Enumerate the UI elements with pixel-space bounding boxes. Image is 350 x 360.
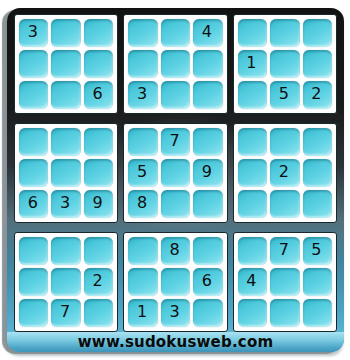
cell-r4c9[interactable] (303, 128, 332, 156)
cell-r8c9[interactable] (303, 268, 332, 296)
site-footer: www.sudokusweb.com (7, 332, 344, 352)
cell-r3c4[interactable]: 3 (128, 81, 157, 109)
cell-r5c1[interactable] (19, 159, 48, 187)
cell-r9c4[interactable]: 1 (128, 299, 157, 327)
cell-r7c5[interactable]: 8 (161, 237, 190, 265)
cell-r4c5[interactable]: 7 (161, 128, 190, 156)
cell-r5c9[interactable] (303, 159, 332, 187)
box-1: 36 (14, 14, 118, 114)
cell-r9c6[interactable] (193, 299, 222, 327)
cell-r1c4[interactable] (128, 19, 157, 47)
cell-r6c1[interactable]: 6 (19, 190, 48, 218)
cell-r9c9[interactable] (303, 299, 332, 327)
cell-r5c6[interactable]: 9 (193, 159, 222, 187)
box-8: 8613 (123, 232, 227, 332)
cell-r6c8[interactable] (270, 190, 299, 218)
cell-r1c3[interactable] (84, 19, 113, 47)
cell-r6c7[interactable] (238, 190, 267, 218)
given-digit: 3 (60, 195, 70, 211)
cell-r9c5[interactable]: 3 (161, 299, 190, 327)
box-6: 2 (233, 123, 337, 223)
cell-r9c2[interactable]: 7 (51, 299, 80, 327)
cell-r1c8[interactable] (270, 19, 299, 47)
cell-r2c3[interactable] (84, 50, 113, 78)
cell-r2c1[interactable] (19, 50, 48, 78)
cell-r2c6[interactable] (193, 50, 222, 78)
cell-r8c1[interactable] (19, 268, 48, 296)
cell-r8c5[interactable] (161, 268, 190, 296)
given-digit: 1 (137, 304, 147, 320)
cell-r9c7[interactable] (238, 299, 267, 327)
given-digit: 4 (202, 24, 212, 40)
cell-r4c4[interactable] (128, 128, 157, 156)
cell-r4c6[interactable] (193, 128, 222, 156)
cell-r7c3[interactable] (84, 237, 113, 265)
cell-r8c7[interactable]: 4 (238, 268, 267, 296)
given-digit: 4 (246, 273, 256, 289)
cell-r3c6[interactable] (193, 81, 222, 109)
cell-r3c9[interactable]: 2 (303, 81, 332, 109)
cell-r6c6[interactable] (193, 190, 222, 218)
given-digit: 2 (93, 273, 103, 289)
cell-r1c6[interactable]: 4 (193, 19, 222, 47)
given-digit: 7 (60, 304, 70, 320)
given-digit: 3 (169, 304, 179, 320)
cell-r3c7[interactable] (238, 81, 267, 109)
given-digit: 9 (93, 195, 103, 211)
cell-r4c1[interactable] (19, 128, 48, 156)
cell-r9c1[interactable] (19, 299, 48, 327)
given-digit: 5 (279, 86, 289, 102)
cell-r1c9[interactable] (303, 19, 332, 47)
cell-r4c2[interactable] (51, 128, 80, 156)
cell-r1c2[interactable] (51, 19, 80, 47)
cell-r3c8[interactable]: 5 (270, 81, 299, 109)
cell-r6c9[interactable] (303, 190, 332, 218)
given-digit: 6 (28, 195, 38, 211)
sudoku-board: 364315263975982278613754 www.sudokusweb.… (7, 8, 344, 352)
cell-r2c9[interactable] (303, 50, 332, 78)
cell-r8c2[interactable] (51, 268, 80, 296)
given-digit: 8 (169, 242, 179, 258)
cell-r7c6[interactable] (193, 237, 222, 265)
given-digit: 8 (137, 195, 147, 211)
cell-r6c4[interactable]: 8 (128, 190, 157, 218)
cell-r4c7[interactable] (238, 128, 267, 156)
boxes-grid: 364315263975982278613754 (14, 14, 337, 332)
given-digit: 2 (279, 164, 289, 180)
cell-r2c4[interactable] (128, 50, 157, 78)
cell-r8c4[interactable] (128, 268, 157, 296)
cell-r9c3[interactable] (84, 299, 113, 327)
box-7: 27 (14, 232, 118, 332)
cell-r6c2[interactable]: 3 (51, 190, 80, 218)
given-digit: 6 (93, 86, 103, 102)
cell-r1c1[interactable]: 3 (19, 19, 48, 47)
cell-r4c3[interactable] (84, 128, 113, 156)
cell-r2c8[interactable] (270, 50, 299, 78)
cell-r4c8[interactable] (270, 128, 299, 156)
given-digit: 7 (169, 133, 179, 149)
cell-r8c3[interactable]: 2 (84, 268, 113, 296)
cell-r7c2[interactable] (51, 237, 80, 265)
given-digit: 2 (311, 86, 321, 102)
cell-r2c2[interactable] (51, 50, 80, 78)
box-5: 7598 (123, 123, 227, 223)
given-digit: 9 (202, 164, 212, 180)
cell-r5c8[interactable]: 2 (270, 159, 299, 187)
box-9: 754 (233, 232, 337, 332)
cell-r7c8[interactable]: 7 (270, 237, 299, 265)
box-2: 43 (123, 14, 227, 114)
cell-r6c5[interactable] (161, 190, 190, 218)
cell-r3c5[interactable] (161, 81, 190, 109)
cell-r5c5[interactable] (161, 159, 190, 187)
cell-r8c6[interactable]: 6 (193, 268, 222, 296)
given-digit: 3 (28, 24, 38, 40)
cell-r7c9[interactable]: 5 (303, 237, 332, 265)
given-digit: 5 (137, 164, 147, 180)
box-3: 152 (233, 14, 337, 114)
cell-r2c7[interactable]: 1 (238, 50, 267, 78)
cell-r7c1[interactable] (19, 237, 48, 265)
given-digit: 7 (279, 242, 289, 258)
given-digit: 1 (246, 55, 256, 71)
cell-r5c3[interactable] (84, 159, 113, 187)
cell-r5c4[interactable]: 5 (128, 159, 157, 187)
cell-r1c7[interactable] (238, 19, 267, 47)
cell-r8c8[interactable] (270, 268, 299, 296)
given-digit: 6 (202, 273, 212, 289)
cell-r5c2[interactable] (51, 159, 80, 187)
cell-r1c5[interactable] (161, 19, 190, 47)
cell-r5c7[interactable] (238, 159, 267, 187)
cell-r2c5[interactable] (161, 50, 190, 78)
cell-r7c7[interactable] (238, 237, 267, 265)
cell-r9c8[interactable] (270, 299, 299, 327)
cell-r7c4[interactable] (128, 237, 157, 265)
cell-r3c3[interactable]: 6 (84, 81, 113, 109)
cell-r3c2[interactable] (51, 81, 80, 109)
given-digit: 5 (311, 242, 321, 258)
cell-r6c3[interactable]: 9 (84, 190, 113, 218)
cell-r3c1[interactable] (19, 81, 48, 109)
site-url-label: www.sudokusweb.com (78, 333, 273, 351)
given-digit: 3 (137, 86, 147, 102)
box-4: 639 (14, 123, 118, 223)
